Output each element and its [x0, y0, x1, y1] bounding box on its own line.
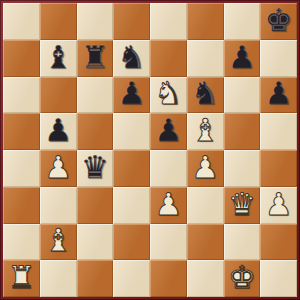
square-b6[interactable] [40, 77, 77, 114]
square-c8[interactable] [77, 3, 114, 40]
piece-white-bishop[interactable]: ♝ [191, 115, 219, 146]
square-b4[interactable]: ♟ [40, 150, 77, 187]
piece-white-pawn[interactable]: ♟ [44, 152, 72, 183]
square-d7[interactable]: ♞ [113, 40, 150, 77]
chess-board: ♚♝♜♞♟♟♞♞♟♟♟♝♟♛♟♟♛♟♝♜♚ [3, 3, 297, 297]
square-b7[interactable]: ♝ [40, 40, 77, 77]
square-a2[interactable] [3, 224, 40, 261]
square-b1[interactable] [40, 260, 77, 297]
piece-black-bishop[interactable]: ♝ [44, 42, 72, 73]
square-b2[interactable]: ♝ [40, 224, 77, 261]
square-d2[interactable] [113, 224, 150, 261]
square-h4[interactable] [260, 150, 297, 187]
square-d5[interactable] [113, 113, 150, 150]
piece-white-queen[interactable]: ♛ [228, 189, 256, 220]
square-e1[interactable] [150, 260, 187, 297]
square-f7[interactable] [187, 40, 224, 77]
square-g8[interactable] [224, 3, 261, 40]
square-g4[interactable] [224, 150, 261, 187]
piece-black-pawn[interactable]: ♟ [154, 115, 182, 146]
piece-black-king[interactable]: ♚ [265, 5, 293, 36]
piece-black-pawn[interactable]: ♟ [118, 78, 146, 109]
square-a7[interactable] [3, 40, 40, 77]
square-f4[interactable]: ♟ [187, 150, 224, 187]
square-h2[interactable] [260, 224, 297, 261]
square-a6[interactable] [3, 77, 40, 114]
square-g6[interactable] [224, 77, 261, 114]
board-frame: ♚♝♜♞♟♟♞♞♟♟♟♝♟♛♟♟♛♟♝♜♚ [0, 0, 300, 300]
square-g7[interactable]: ♟ [224, 40, 261, 77]
square-c6[interactable] [77, 77, 114, 114]
square-f3[interactable] [187, 187, 224, 224]
piece-black-pawn[interactable]: ♟ [265, 78, 293, 109]
square-c1[interactable] [77, 260, 114, 297]
square-e6[interactable]: ♞ [150, 77, 187, 114]
square-h8[interactable]: ♚ [260, 3, 297, 40]
piece-black-rook[interactable]: ♜ [81, 42, 109, 73]
square-d8[interactable] [113, 3, 150, 40]
square-d4[interactable] [113, 150, 150, 187]
square-e2[interactable] [150, 224, 187, 261]
square-d3[interactable] [113, 187, 150, 224]
square-b5[interactable]: ♟ [40, 113, 77, 150]
square-d6[interactable]: ♟ [113, 77, 150, 114]
piece-black-queen[interactable]: ♛ [81, 152, 109, 183]
square-a3[interactable] [3, 187, 40, 224]
square-e5[interactable]: ♟ [150, 113, 187, 150]
piece-white-knight[interactable]: ♞ [154, 78, 182, 109]
square-f1[interactable] [187, 260, 224, 297]
square-a1[interactable]: ♜ [3, 260, 40, 297]
piece-black-pawn[interactable]: ♟ [228, 42, 256, 73]
square-b8[interactable] [40, 3, 77, 40]
square-a5[interactable] [3, 113, 40, 150]
piece-white-rook[interactable]: ♜ [7, 262, 35, 293]
square-c7[interactable]: ♜ [77, 40, 114, 77]
square-f6[interactable]: ♞ [187, 77, 224, 114]
square-c4[interactable]: ♛ [77, 150, 114, 187]
square-d1[interactable] [113, 260, 150, 297]
square-g1[interactable]: ♚ [224, 260, 261, 297]
square-c5[interactable] [77, 113, 114, 150]
square-h7[interactable] [260, 40, 297, 77]
square-g2[interactable] [224, 224, 261, 261]
square-g5[interactable] [224, 113, 261, 150]
square-c3[interactable] [77, 187, 114, 224]
square-g3[interactable]: ♛ [224, 187, 261, 224]
square-h3[interactable]: ♟ [260, 187, 297, 224]
square-e4[interactable] [150, 150, 187, 187]
square-e3[interactable]: ♟ [150, 187, 187, 224]
square-a8[interactable] [3, 3, 40, 40]
square-b3[interactable] [40, 187, 77, 224]
square-h5[interactable] [260, 113, 297, 150]
square-h6[interactable]: ♟ [260, 77, 297, 114]
square-e8[interactable] [150, 3, 187, 40]
square-f5[interactable]: ♝ [187, 113, 224, 150]
piece-white-king[interactable]: ♚ [228, 262, 256, 293]
piece-white-bishop[interactable]: ♝ [44, 225, 72, 256]
square-h1[interactable] [260, 260, 297, 297]
square-c2[interactable] [77, 224, 114, 261]
square-f2[interactable] [187, 224, 224, 261]
piece-white-pawn[interactable]: ♟ [265, 189, 293, 220]
piece-black-knight[interactable]: ♞ [191, 78, 219, 109]
piece-white-pawn[interactable]: ♟ [191, 152, 219, 183]
square-f8[interactable] [187, 3, 224, 40]
square-e7[interactable] [150, 40, 187, 77]
piece-white-pawn[interactable]: ♟ [154, 189, 182, 220]
piece-black-knight[interactable]: ♞ [118, 42, 146, 73]
square-a4[interactable] [3, 150, 40, 187]
piece-black-pawn[interactable]: ♟ [44, 115, 72, 146]
